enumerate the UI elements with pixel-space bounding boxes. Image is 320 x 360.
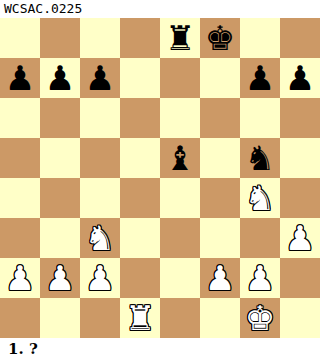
- square-c5[interactable]: [80, 138, 120, 178]
- piece-white-knight: ♞: [245, 178, 275, 218]
- square-d6[interactable]: [120, 98, 160, 138]
- square-e4[interactable]: [160, 178, 200, 218]
- piece-black-bishop: ♝: [165, 138, 195, 178]
- piece-white-pawn: ♟: [5, 258, 35, 298]
- square-e6[interactable]: [160, 98, 200, 138]
- square-a6[interactable]: [0, 98, 40, 138]
- piece-white-knight: ♞: [85, 218, 115, 258]
- square-b1[interactable]: [40, 298, 80, 338]
- square-g5[interactable]: ♞: [240, 138, 280, 178]
- piece-black-rook: ♜: [165, 18, 195, 58]
- piece-white-king: ♚: [245, 298, 275, 338]
- square-c2[interactable]: ♟: [80, 258, 120, 298]
- square-h6[interactable]: [280, 98, 320, 138]
- piece-white-rook: ♜: [125, 298, 155, 338]
- square-b6[interactable]: [40, 98, 80, 138]
- square-d2[interactable]: [120, 258, 160, 298]
- square-a7[interactable]: ♟: [0, 58, 40, 98]
- square-a5[interactable]: [0, 138, 40, 178]
- square-g1[interactable]: ♚: [240, 298, 280, 338]
- square-e7[interactable]: [160, 58, 200, 98]
- piece-white-pawn: ♟: [45, 258, 75, 298]
- piece-black-king: ♚: [205, 18, 235, 58]
- square-h5[interactable]: [280, 138, 320, 178]
- square-g6[interactable]: [240, 98, 280, 138]
- square-b8[interactable]: [40, 18, 80, 58]
- square-a2[interactable]: ♟: [0, 258, 40, 298]
- square-d8[interactable]: [120, 18, 160, 58]
- piece-black-pawn: ♟: [245, 58, 275, 98]
- square-b3[interactable]: [40, 218, 80, 258]
- square-h7[interactable]: ♟: [280, 58, 320, 98]
- square-b4[interactable]: [40, 178, 80, 218]
- square-d4[interactable]: [120, 178, 160, 218]
- square-c4[interactable]: [80, 178, 120, 218]
- square-b2[interactable]: ♟: [40, 258, 80, 298]
- diagram-title: WCSAC.0225: [0, 0, 320, 18]
- square-g8[interactable]: [240, 18, 280, 58]
- piece-black-pawn: ♟: [5, 58, 35, 98]
- square-c3[interactable]: ♞: [80, 218, 120, 258]
- square-c1[interactable]: [80, 298, 120, 338]
- piece-white-pawn: ♟: [285, 218, 315, 258]
- piece-white-pawn: ♟: [205, 258, 235, 298]
- square-h2[interactable]: [280, 258, 320, 298]
- square-e8[interactable]: ♜: [160, 18, 200, 58]
- square-a1[interactable]: [0, 298, 40, 338]
- square-h3[interactable]: ♟: [280, 218, 320, 258]
- chess-board: ♜♚♟♟♟♟♟♝♞♞♞♟♟♟♟♟♟♜♚: [0, 18, 320, 338]
- square-c7[interactable]: ♟: [80, 58, 120, 98]
- square-g7[interactable]: ♟: [240, 58, 280, 98]
- piece-white-pawn: ♟: [85, 258, 115, 298]
- square-f1[interactable]: [200, 298, 240, 338]
- square-b5[interactable]: [40, 138, 80, 178]
- square-f5[interactable]: [200, 138, 240, 178]
- square-d1[interactable]: ♜: [120, 298, 160, 338]
- move-prompt: 1. ?: [0, 338, 320, 360]
- square-f3[interactable]: [200, 218, 240, 258]
- square-g4[interactable]: ♞: [240, 178, 280, 218]
- square-h8[interactable]: [280, 18, 320, 58]
- square-c8[interactable]: [80, 18, 120, 58]
- square-a8[interactable]: [0, 18, 40, 58]
- square-f6[interactable]: [200, 98, 240, 138]
- square-d7[interactable]: [120, 58, 160, 98]
- square-g2[interactable]: ♟: [240, 258, 280, 298]
- square-d3[interactable]: [120, 218, 160, 258]
- square-f8[interactable]: ♚: [200, 18, 240, 58]
- square-e5[interactable]: ♝: [160, 138, 200, 178]
- square-e3[interactable]: [160, 218, 200, 258]
- square-g3[interactable]: [240, 218, 280, 258]
- square-e2[interactable]: [160, 258, 200, 298]
- square-h4[interactable]: [280, 178, 320, 218]
- square-f4[interactable]: [200, 178, 240, 218]
- piece-black-knight: ♞: [245, 138, 275, 178]
- square-h1[interactable]: [280, 298, 320, 338]
- square-c6[interactable]: [80, 98, 120, 138]
- square-d5[interactable]: [120, 138, 160, 178]
- piece-black-pawn: ♟: [85, 58, 115, 98]
- square-e1[interactable]: [160, 298, 200, 338]
- square-a4[interactable]: [0, 178, 40, 218]
- square-a3[interactable]: [0, 218, 40, 258]
- square-f2[interactable]: ♟: [200, 258, 240, 298]
- piece-black-pawn: ♟: [285, 58, 315, 98]
- square-b7[interactable]: ♟: [40, 58, 80, 98]
- square-f7[interactable]: [200, 58, 240, 98]
- piece-white-pawn: ♟: [245, 258, 275, 298]
- piece-black-pawn: ♟: [45, 58, 75, 98]
